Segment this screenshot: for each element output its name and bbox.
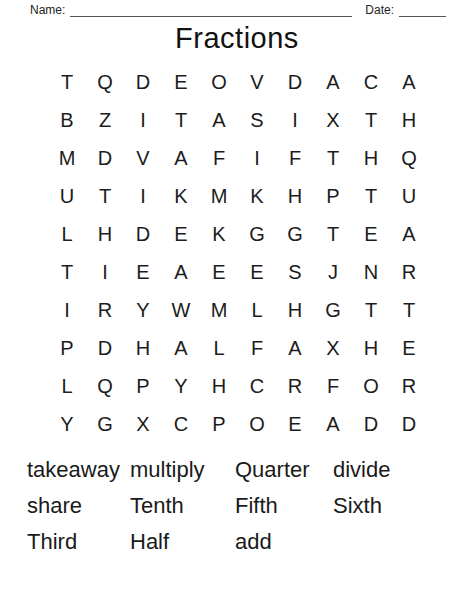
grid-cell-r10c8[interactable]: A bbox=[314, 405, 352, 443]
grid-cell-r9c2[interactable]: Q bbox=[86, 367, 124, 405]
word-bank-item-half: Half bbox=[130, 529, 235, 555]
grid-cell-r8c1[interactable]: P bbox=[48, 329, 86, 367]
grid-cell-r5c6[interactable]: G bbox=[238, 215, 276, 253]
grid-cell-r4c3[interactable]: I bbox=[124, 177, 162, 215]
grid-cell-r7c9[interactable]: T bbox=[352, 291, 390, 329]
word-bank-item-fifth: Fifth bbox=[235, 493, 333, 519]
grid-cell-r4c8[interactable]: P bbox=[314, 177, 352, 215]
grid-cell-r6c1[interactable]: T bbox=[48, 253, 86, 291]
grid-cell-r3c10[interactable]: Q bbox=[390, 139, 428, 177]
grid-cell-r6c4[interactable]: A bbox=[162, 253, 200, 291]
grid-cell-r7c8[interactable]: G bbox=[314, 291, 352, 329]
grid-cell-r3c9[interactable]: H bbox=[352, 139, 390, 177]
grid-cell-r7c5[interactable]: M bbox=[200, 291, 238, 329]
grid-cell-r6c2[interactable]: I bbox=[86, 253, 124, 291]
grid-cell-r3c3[interactable]: V bbox=[124, 139, 162, 177]
grid-cell-r4c1[interactable]: U bbox=[48, 177, 86, 215]
grid-cell-r8c10[interactable]: E bbox=[390, 329, 428, 367]
word-bank-item-third: Third bbox=[27, 529, 130, 555]
grid-cell-r9c3[interactable]: P bbox=[124, 367, 162, 405]
grid-cell-r3c1[interactable]: M bbox=[48, 139, 86, 177]
word-search-grid: TQDEOVDACABZITASIXTHMDVAFIFTHQUTIKMKHPTU… bbox=[48, 63, 428, 443]
grid-cell-r6c3[interactable]: E bbox=[124, 253, 162, 291]
grid-cell-r9c5[interactable]: H bbox=[200, 367, 238, 405]
grid-cell-r6c9[interactable]: N bbox=[352, 253, 390, 291]
header: Name: Date: bbox=[30, 3, 447, 17]
grid-cell-r9c1[interactable]: L bbox=[48, 367, 86, 405]
grid-cell-r9c10[interactable]: R bbox=[390, 367, 428, 405]
grid-cell-r6c7[interactable]: S bbox=[276, 253, 314, 291]
grid-cell-r1c2[interactable]: Q bbox=[86, 63, 124, 101]
word-bank-item-share: share bbox=[27, 493, 130, 519]
grid-cell-r1c6[interactable]: V bbox=[238, 63, 276, 101]
date-label: Date: bbox=[365, 3, 394, 17]
grid-cell-r10c9[interactable]: D bbox=[352, 405, 390, 443]
grid-cell-r5c9[interactable]: E bbox=[352, 215, 390, 253]
grid-cell-r4c6[interactable]: K bbox=[238, 177, 276, 215]
grid-cell-r1c10[interactable]: A bbox=[390, 63, 428, 101]
grid-cell-r1c8[interactable]: A bbox=[314, 63, 352, 101]
grid-cell-r7c2[interactable]: R bbox=[86, 291, 124, 329]
grid-cell-r4c7[interactable]: H bbox=[276, 177, 314, 215]
grid-cell-r2c7[interactable]: I bbox=[276, 101, 314, 139]
grid-cell-r2c4[interactable]: T bbox=[162, 101, 200, 139]
date-input-line[interactable] bbox=[399, 3, 446, 17]
grid-cell-r1c1[interactable]: T bbox=[48, 63, 86, 101]
grid-cell-r3c4[interactable]: A bbox=[162, 139, 200, 177]
grid-cell-r8c9[interactable]: H bbox=[352, 329, 390, 367]
word-bank-item-multiply: multiply bbox=[130, 457, 235, 483]
grid-cell-r2c9[interactable]: T bbox=[352, 101, 390, 139]
grid-cell-r4c4[interactable]: K bbox=[162, 177, 200, 215]
grid-cell-r6c5[interactable]: E bbox=[200, 253, 238, 291]
grid-cell-r1c4[interactable]: E bbox=[162, 63, 200, 101]
grid-cell-r8c6[interactable]: F bbox=[238, 329, 276, 367]
grid-cell-r5c3[interactable]: D bbox=[124, 215, 162, 253]
word-bank-item-sixth: Sixth bbox=[333, 493, 457, 519]
puzzle-title: Fractions bbox=[0, 22, 474, 55]
grid-cell-r8c8[interactable]: X bbox=[314, 329, 352, 367]
grid-cell-r6c6[interactable]: E bbox=[238, 253, 276, 291]
grid-cell-r8c2[interactable]: D bbox=[86, 329, 124, 367]
grid-cell-r2c1[interactable]: B bbox=[48, 101, 86, 139]
word-bank: takeawaymultiplyQuarterdivideshareTenthF… bbox=[27, 452, 457, 560]
grid-cell-r1c9[interactable]: C bbox=[352, 63, 390, 101]
word-bank-item-divide: divide bbox=[333, 457, 457, 483]
grid-cell-r4c9[interactable]: T bbox=[352, 177, 390, 215]
grid-cell-r2c5[interactable]: A bbox=[200, 101, 238, 139]
grid-cell-r8c4[interactable]: A bbox=[162, 329, 200, 367]
grid-cell-r5c4[interactable]: E bbox=[162, 215, 200, 253]
grid-cell-r5c2[interactable]: H bbox=[86, 215, 124, 253]
grid-cell-r7c6[interactable]: L bbox=[238, 291, 276, 329]
grid-cell-r5c5[interactable]: K bbox=[200, 215, 238, 253]
grid-cell-r4c5[interactable]: M bbox=[200, 177, 238, 215]
grid-cell-r10c3[interactable]: X bbox=[124, 405, 162, 443]
grid-cell-r10c6[interactable]: O bbox=[238, 405, 276, 443]
grid-cell-r7c3[interactable]: Y bbox=[124, 291, 162, 329]
grid-cell-r8c7[interactable]: A bbox=[276, 329, 314, 367]
grid-cell-r6c10[interactable]: R bbox=[390, 253, 428, 291]
word-bank-item-quarter: Quarter bbox=[235, 457, 333, 483]
grid-cell-r2c6[interactable]: S bbox=[238, 101, 276, 139]
grid-cell-r10c2[interactable]: G bbox=[86, 405, 124, 443]
grid-cell-r5c1[interactable]: L bbox=[48, 215, 86, 253]
grid-cell-r1c7[interactable]: D bbox=[276, 63, 314, 101]
grid-cell-r7c4[interactable]: W bbox=[162, 291, 200, 329]
grid-cell-r2c2[interactable]: Z bbox=[86, 101, 124, 139]
grid-cell-r9c4[interactable]: Y bbox=[162, 367, 200, 405]
grid-cell-r2c10[interactable]: H bbox=[390, 101, 428, 139]
grid-cell-r9c7[interactable]: R bbox=[276, 367, 314, 405]
grid-cell-r2c8[interactable]: X bbox=[314, 101, 352, 139]
name-label: Name: bbox=[30, 3, 65, 17]
grid-cell-r8c3[interactable]: H bbox=[124, 329, 162, 367]
grid-cell-r5c8[interactable]: T bbox=[314, 215, 352, 253]
grid-cell-r6c8[interactable]: J bbox=[314, 253, 352, 291]
grid-cell-r4c10[interactable]: U bbox=[390, 177, 428, 215]
worksheet-page: Name: Date: Fractions TQDEOVDACABZITASIX… bbox=[0, 0, 474, 613]
grid-cell-r10c1[interactable]: Y bbox=[48, 405, 86, 443]
grid-cell-r3c8[interactable]: T bbox=[314, 139, 352, 177]
grid-cell-r7c7[interactable]: H bbox=[276, 291, 314, 329]
grid-cell-r3c5[interactable]: F bbox=[200, 139, 238, 177]
grid-cell-r7c1[interactable]: I bbox=[48, 291, 86, 329]
grid-cell-r3c7[interactable]: F bbox=[276, 139, 314, 177]
grid-cell-r9c6[interactable]: C bbox=[238, 367, 276, 405]
grid-cell-r3c6[interactable]: I bbox=[238, 139, 276, 177]
word-bank-item-takeaway: takeaway bbox=[27, 457, 130, 483]
grid-cell-r9c9[interactable]: O bbox=[352, 367, 390, 405]
grid-cell-r2c3[interactable]: I bbox=[124, 101, 162, 139]
grid-cell-r5c7[interactable]: G bbox=[276, 215, 314, 253]
grid-cell-r4c2[interactable]: T bbox=[86, 177, 124, 215]
grid-cell-r10c4[interactable]: C bbox=[162, 405, 200, 443]
grid-cell-r3c2[interactable]: D bbox=[86, 139, 124, 177]
grid-cell-r5c10[interactable]: A bbox=[390, 215, 428, 253]
grid-cell-r10c5[interactable]: P bbox=[200, 405, 238, 443]
grid-cell-r8c5[interactable]: L bbox=[200, 329, 238, 367]
word-bank-item-tenth: Tenth bbox=[130, 493, 235, 519]
grid-cell-r7c10[interactable]: T bbox=[390, 291, 428, 329]
grid-cell-r1c3[interactable]: D bbox=[124, 63, 162, 101]
name-input-line[interactable] bbox=[70, 3, 352, 17]
grid-cell-r10c7[interactable]: E bbox=[276, 405, 314, 443]
grid-cell-r9c8[interactable]: F bbox=[314, 367, 352, 405]
word-bank-item-add: add bbox=[235, 529, 333, 555]
grid-cell-r10c10[interactable]: D bbox=[390, 405, 428, 443]
grid-cell-r1c5[interactable]: O bbox=[200, 63, 238, 101]
